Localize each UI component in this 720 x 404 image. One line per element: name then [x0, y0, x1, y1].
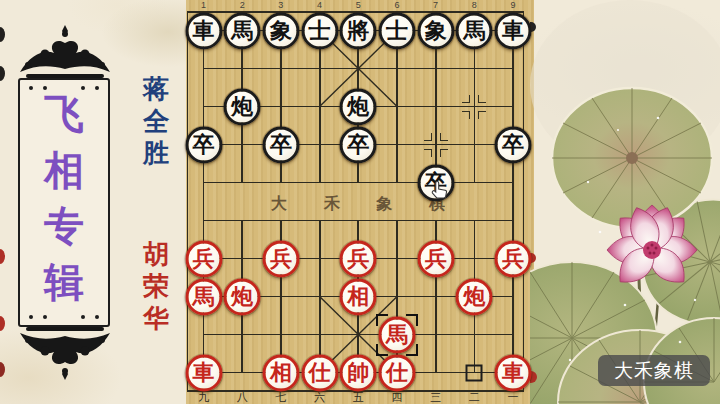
frame-dot — [81, 86, 85, 90]
river-char: 象 — [375, 194, 393, 215]
frame-dot — [29, 86, 33, 90]
frame-dot — [43, 86, 47, 90]
red-piece[interactable]: 仕 — [301, 354, 338, 391]
last-move-origin-marker — [466, 364, 483, 381]
file-labels-bottom: 九 八 七 六 五 四 三 二 一 — [190, 390, 528, 404]
red-piece[interactable]: 相 — [340, 278, 377, 315]
edge-artifact — [0, 249, 5, 264]
file-label: 二 — [460, 390, 488, 404]
frame-dot — [95, 86, 99, 90]
river-watermark: 大 禾 象 棋 — [270, 194, 446, 215]
black-piece[interactable]: 象 — [417, 12, 454, 49]
black-piece[interactable]: 炮 — [340, 88, 377, 125]
player-name-char: 华 — [143, 305, 169, 332]
selected-piece-frame — [376, 314, 418, 356]
black-piece[interactable]: 馬 — [224, 12, 261, 49]
red-piece[interactable]: 兵 — [417, 240, 454, 277]
black-piece[interactable]: 士 — [301, 12, 338, 49]
file-label: 9 — [499, 0, 527, 10]
player-name-char: 胜 — [143, 140, 169, 167]
lotus-leaf — [552, 88, 712, 228]
board-point-mark — [424, 133, 448, 157]
black-piece[interactable]: 馬 — [456, 12, 493, 49]
file-label: 3 — [267, 0, 295, 10]
player-name-char: 蒋 — [143, 76, 169, 103]
red-piece[interactable]: 帥 — [340, 354, 377, 391]
lotus-painting — [530, 0, 720, 404]
red-piece[interactable]: 仕 — [379, 354, 416, 391]
album-banner: 飞 相 专 辑 — [14, 25, 116, 382]
black-piece[interactable]: 士 — [379, 12, 416, 49]
red-piece[interactable]: 車 — [495, 354, 532, 391]
player-name-char: 全 — [143, 108, 169, 135]
frame-dot — [81, 315, 85, 319]
black-piece[interactable]: 車 — [185, 12, 222, 49]
file-label: 2 — [228, 0, 256, 10]
edge-artifact — [0, 316, 5, 331]
river-char: 大 — [270, 194, 288, 215]
red-piece[interactable]: 炮 — [224, 278, 261, 315]
album-title-char: 辑 — [44, 262, 84, 303]
red-piece[interactable]: 兵 — [340, 240, 377, 277]
file-label: 四 — [383, 390, 411, 404]
black-piece[interactable]: 炮 — [224, 88, 261, 125]
file-label: 六 — [306, 390, 334, 404]
red-piece[interactable]: 車 — [185, 354, 222, 391]
file-label: 8 — [460, 0, 488, 10]
red-piece[interactable]: 相 — [262, 354, 299, 391]
red-piece[interactable]: 馬 — [185, 278, 222, 315]
edge-artifact — [0, 27, 5, 42]
album-title-char: 飞 — [44, 94, 84, 135]
album-title: 飞 相 专 辑 — [20, 94, 108, 303]
black-piece[interactable]: 卒 — [340, 126, 377, 163]
file-label: 7 — [422, 0, 450, 10]
edge-artifact — [0, 66, 5, 81]
black-piece[interactable]: 卒 — [185, 126, 222, 163]
xiangqi-board[interactable]: 1 2 3 4 5 6 7 8 9 九 八 七 六 五 四 三 二 一 大 禾 … — [186, 0, 534, 404]
file-label: 1 — [190, 0, 218, 10]
player-name-bottom: 胡 荣 华 — [137, 241, 175, 332]
file-label: 4 — [306, 0, 334, 10]
file-label: 5 — [344, 0, 372, 10]
file-label: 九 — [190, 390, 218, 404]
screenshot-root: 飞 相 专 辑 蒋 全 胜 — [0, 0, 720, 404]
black-piece[interactable]: 將 — [340, 12, 377, 49]
file-label: 三 — [422, 390, 450, 404]
file-label: 七 — [267, 390, 295, 404]
edge-artifact — [0, 362, 5, 377]
file-label: 一 — [499, 390, 527, 404]
watermark-badge: 大禾象棋 — [598, 355, 710, 386]
player-name-char: 胡 — [143, 241, 169, 268]
red-piece[interactable]: 炮 — [456, 278, 493, 315]
black-piece[interactable]: 象 — [262, 12, 299, 49]
left-panel: 飞 相 专 辑 蒋 全 胜 — [0, 0, 186, 404]
hand-cursor-icon — [430, 180, 450, 206]
banner-ornament-top — [14, 25, 116, 78]
file-label: 八 — [228, 390, 256, 404]
red-piece[interactable]: 兵 — [495, 240, 532, 277]
file-labels-top: 1 2 3 4 5 6 7 8 9 — [190, 0, 528, 10]
red-piece[interactable]: 兵 — [185, 240, 222, 277]
banner-ornament-bottom — [14, 327, 116, 380]
river-char: 禾 — [323, 194, 341, 215]
banner-frame: 飞 相 专 辑 — [18, 78, 110, 327]
album-title-char: 专 — [44, 206, 84, 247]
black-piece[interactable]: 卒 — [262, 126, 299, 163]
frame-dot — [43, 315, 47, 319]
file-label: 五 — [344, 390, 372, 404]
frame-dot — [95, 315, 99, 319]
player-name-char: 荣 — [143, 273, 169, 300]
player-name-top: 蒋 全 胜 — [137, 76, 175, 167]
frame-dot — [29, 315, 33, 319]
black-piece[interactable]: 車 — [495, 12, 532, 49]
file-label: 6 — [383, 0, 411, 10]
red-piece[interactable]: 兵 — [262, 240, 299, 277]
album-title-char: 相 — [44, 150, 84, 191]
black-piece[interactable]: 卒 — [495, 126, 532, 163]
board-point-mark — [462, 95, 486, 119]
